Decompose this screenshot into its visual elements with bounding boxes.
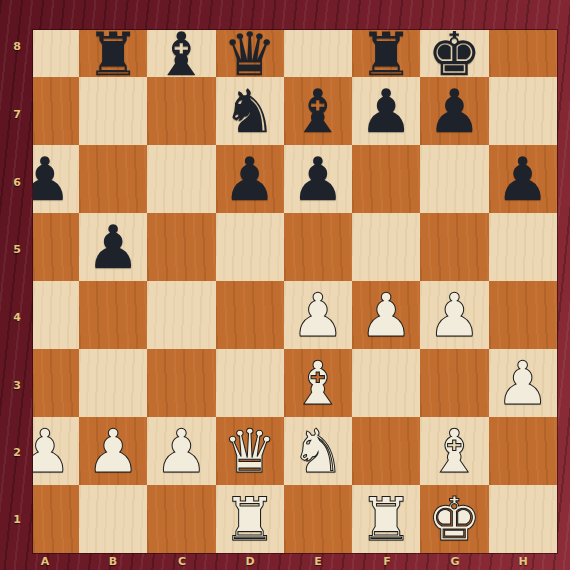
- white-knight-piece[interactable]: ♞: [291, 421, 345, 481]
- square-f6[interactable]: [352, 145, 420, 213]
- square-e3[interactable]: ♝: [284, 349, 352, 417]
- square-d3[interactable]: [216, 349, 284, 417]
- white-bishop-piece[interactable]: ♝: [291, 353, 345, 413]
- square-c4[interactable]: [147, 281, 215, 349]
- square-f8[interactable]: ♜: [352, 30, 420, 77]
- square-b3[interactable]: [79, 349, 147, 417]
- white-rook-piece[interactable]: ♜: [223, 489, 277, 549]
- square-f7[interactable]: ♟: [352, 77, 420, 145]
- file-label-a: A: [37, 555, 53, 568]
- square-a8[interactable]: [33, 30, 79, 77]
- square-b8[interactable]: ♜: [79, 30, 147, 77]
- square-e5[interactable]: [284, 213, 352, 281]
- black-rook-piece[interactable]: ♜: [86, 30, 140, 84]
- square-g2[interactable]: ♝: [420, 417, 488, 485]
- rank-label-5: 5: [10, 243, 24, 256]
- square-e8[interactable]: [284, 30, 352, 77]
- square-h2[interactable]: [489, 417, 557, 485]
- square-f3[interactable]: [352, 349, 420, 417]
- square-e7[interactable]: ♝: [284, 77, 352, 145]
- square-f5[interactable]: [352, 213, 420, 281]
- square-c8[interactable]: ♝: [147, 30, 215, 77]
- square-d4[interactable]: [216, 281, 284, 349]
- square-d1[interactable]: ♜: [216, 485, 284, 553]
- rank-label-1: 1: [10, 513, 24, 526]
- black-pawn-piece[interactable]: ♟: [291, 149, 345, 209]
- square-g7[interactable]: ♟: [420, 77, 488, 145]
- rank-label-8: 8: [10, 40, 24, 53]
- board-grid: ♜♝♛♜♚♞♝♟♟♟♟♟♟♟♟♟♟♝♟♟♟♟♛♞♝♜♜♚: [33, 30, 557, 553]
- square-a3[interactable]: [33, 349, 79, 417]
- rank-label-7: 7: [10, 108, 24, 121]
- black-pawn-piece[interactable]: ♟: [223, 149, 277, 209]
- square-c3[interactable]: [147, 349, 215, 417]
- square-g5[interactable]: [420, 213, 488, 281]
- square-f1[interactable]: ♜: [352, 485, 420, 553]
- square-c6[interactable]: [147, 145, 215, 213]
- square-b7[interactable]: [79, 77, 147, 145]
- square-g1[interactable]: ♚: [420, 485, 488, 553]
- square-f2[interactable]: [352, 417, 420, 485]
- black-pawn-piece[interactable]: ♟: [359, 81, 413, 141]
- square-d2[interactable]: ♛: [216, 417, 284, 485]
- square-a2[interactable]: ♟: [33, 417, 79, 485]
- file-label-d: D: [242, 555, 258, 568]
- square-h5[interactable]: [489, 213, 557, 281]
- square-a4[interactable]: [33, 281, 79, 349]
- black-pawn-piece[interactable]: ♟: [428, 81, 482, 141]
- board-frame: ♜♝♛♜♚♞♝♟♟♟♟♟♟♟♟♟♟♝♟♟♟♟♛♞♝♜♜♚ 87654321ABC…: [0, 0, 570, 570]
- square-g4[interactable]: ♟: [420, 281, 488, 349]
- square-b2[interactable]: ♟: [79, 417, 147, 485]
- file-label-c: C: [174, 555, 190, 568]
- black-bishop-piece[interactable]: ♝: [291, 81, 345, 141]
- white-rook-piece[interactable]: ♜: [359, 489, 413, 549]
- white-pawn-piece[interactable]: ♟: [359, 285, 413, 345]
- rank-label-2: 2: [10, 446, 24, 459]
- square-e2[interactable]: ♞: [284, 417, 352, 485]
- white-pawn-piece[interactable]: ♟: [496, 353, 550, 413]
- white-queen-piece[interactable]: ♛: [223, 421, 277, 481]
- square-a7[interactable]: [33, 77, 79, 145]
- square-h4[interactable]: [489, 281, 557, 349]
- black-pawn-piece[interactable]: ♟: [496, 149, 550, 209]
- square-h1[interactable]: [489, 485, 557, 553]
- white-pawn-piece[interactable]: ♟: [155, 421, 209, 481]
- white-pawn-piece[interactable]: ♟: [86, 421, 140, 481]
- square-d6[interactable]: ♟: [216, 145, 284, 213]
- square-b6[interactable]: [79, 145, 147, 213]
- square-d5[interactable]: [216, 213, 284, 281]
- square-e4[interactable]: ♟: [284, 281, 352, 349]
- square-b5[interactable]: ♟: [79, 213, 147, 281]
- square-a1[interactable]: [33, 485, 79, 553]
- square-c5[interactable]: [147, 213, 215, 281]
- square-c7[interactable]: [147, 77, 215, 145]
- black-pawn-piece[interactable]: ♟: [33, 149, 72, 209]
- square-c2[interactable]: ♟: [147, 417, 215, 485]
- rank-label-6: 6: [10, 176, 24, 189]
- square-e6[interactable]: ♟: [284, 145, 352, 213]
- chess-board: ♜♝♛♜♚♞♝♟♟♟♟♟♟♟♟♟♟♝♟♟♟♟♛♞♝♜♜♚: [33, 30, 557, 553]
- square-g8[interactable]: ♚: [420, 30, 488, 77]
- white-pawn-piece[interactable]: ♟: [428, 285, 482, 345]
- white-pawn-piece[interactable]: ♟: [33, 421, 72, 481]
- file-label-h: H: [515, 555, 531, 568]
- white-pawn-piece[interactable]: ♟: [291, 285, 345, 345]
- square-e1[interactable]: [284, 485, 352, 553]
- square-g6[interactable]: [420, 145, 488, 213]
- square-b4[interactable]: [79, 281, 147, 349]
- square-c1[interactable]: [147, 485, 215, 553]
- square-h3[interactable]: ♟: [489, 349, 557, 417]
- file-label-f: F: [379, 555, 395, 568]
- square-g3[interactable]: [420, 349, 488, 417]
- square-a5[interactable]: [33, 213, 79, 281]
- rank-label-3: 3: [10, 379, 24, 392]
- square-a6[interactable]: ♟: [33, 145, 79, 213]
- file-label-e: E: [310, 555, 326, 568]
- square-h7[interactable]: [489, 77, 557, 145]
- black-knight-piece[interactable]: ♞: [223, 81, 277, 141]
- square-f4[interactable]: ♟: [352, 281, 420, 349]
- square-d8[interactable]: ♛: [216, 30, 284, 77]
- black-pawn-piece[interactable]: ♟: [86, 217, 140, 277]
- black-bishop-piece[interactable]: ♝: [155, 30, 209, 84]
- file-label-b: B: [105, 555, 121, 568]
- square-h6[interactable]: ♟: [489, 145, 557, 213]
- white-king-piece[interactable]: ♚: [428, 489, 482, 549]
- file-label-g: G: [447, 555, 463, 568]
- square-b1[interactable]: [79, 485, 147, 553]
- square-h8[interactable]: [489, 30, 557, 77]
- rank-label-4: 4: [10, 311, 24, 324]
- square-d7[interactable]: ♞: [216, 77, 284, 145]
- white-bishop-piece[interactable]: ♝: [428, 421, 482, 481]
